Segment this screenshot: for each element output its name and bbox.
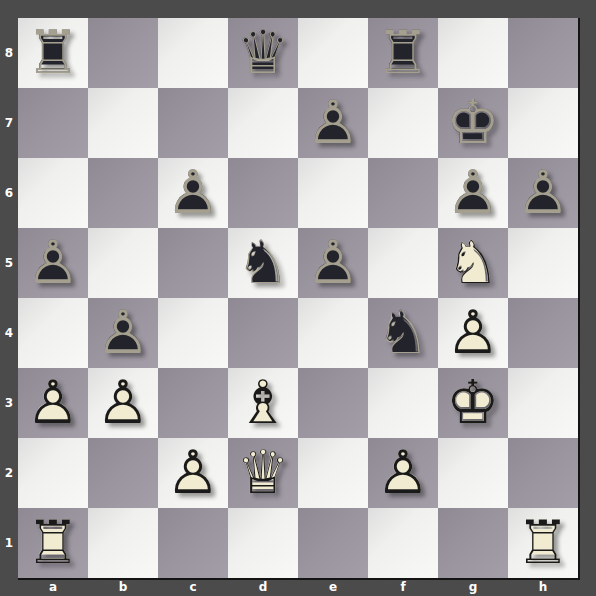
black-pawn[interactable]: ♟♙ [158, 158, 228, 228]
square-b5[interactable] [88, 228, 158, 298]
square-b1[interactable] [88, 508, 158, 578]
square-g3[interactable]: ♚♔ [438, 368, 508, 438]
square-g8[interactable] [438, 18, 508, 88]
square-h8[interactable] [508, 18, 578, 88]
square-c7[interactable] [158, 88, 228, 158]
square-c2[interactable]: ♟♙ [158, 438, 228, 508]
square-d6[interactable] [228, 158, 298, 228]
square-c1[interactable] [158, 508, 228, 578]
file-label-c: c [158, 578, 228, 596]
rank-label-1: 1 [0, 508, 18, 578]
square-b7[interactable] [88, 88, 158, 158]
square-e5[interactable]: ♟♙ [298, 228, 368, 298]
square-e2[interactable] [298, 438, 368, 508]
square-b2[interactable] [88, 438, 158, 508]
square-c6[interactable]: ♟♙ [158, 158, 228, 228]
square-d5[interactable]: ♞♘ [228, 228, 298, 298]
square-a4[interactable] [18, 298, 88, 368]
square-b6[interactable] [88, 158, 158, 228]
white-king[interactable]: ♚♔ [438, 368, 508, 438]
rank-label-3: 3 [0, 368, 18, 438]
square-f2[interactable]: ♟♙ [368, 438, 438, 508]
square-e1[interactable] [298, 508, 368, 578]
square-b3[interactable]: ♟♙ [88, 368, 158, 438]
square-e6[interactable] [298, 158, 368, 228]
white-knight[interactable]: ♞♘ [438, 228, 508, 298]
file-label-a: a [18, 578, 88, 596]
square-a8[interactable]: ♜♖ [18, 18, 88, 88]
square-b4[interactable]: ♟♙ [88, 298, 158, 368]
square-h2[interactable] [508, 438, 578, 508]
black-rook[interactable]: ♜♖ [18, 18, 88, 88]
square-g1[interactable] [438, 508, 508, 578]
black-pawn[interactable]: ♟♙ [88, 298, 158, 368]
white-pawn[interactable]: ♟♙ [158, 438, 228, 508]
file-label-g: g [438, 578, 508, 596]
rank-label-6: 6 [0, 158, 18, 228]
square-a5[interactable]: ♟♙ [18, 228, 88, 298]
square-g2[interactable] [438, 438, 508, 508]
square-h6[interactable]: ♟♙ [508, 158, 578, 228]
black-pawn[interactable]: ♟♙ [298, 88, 368, 158]
square-a6[interactable] [18, 158, 88, 228]
square-d7[interactable] [228, 88, 298, 158]
square-f5[interactable] [368, 228, 438, 298]
black-pawn[interactable]: ♟♙ [438, 158, 508, 228]
square-f7[interactable] [368, 88, 438, 158]
square-c3[interactable] [158, 368, 228, 438]
file-label-h: h [508, 578, 578, 596]
square-e7[interactable]: ♟♙ [298, 88, 368, 158]
square-h3[interactable] [508, 368, 578, 438]
black-king[interactable]: ♚♔ [438, 88, 508, 158]
black-pawn[interactable]: ♟♙ [18, 228, 88, 298]
square-a7[interactable] [18, 88, 88, 158]
black-pawn[interactable]: ♟♙ [298, 228, 368, 298]
file-label-b: b [88, 578, 158, 596]
board-frame: 87654321 ♜♖♛♕♜♖♟♙♚♔♟♙♟♙♟♙♟♙♞♘♟♙♞♘♟♙♞♘♟♙♟… [0, 0, 596, 596]
square-a1[interactable]: ♜♖ [18, 508, 88, 578]
square-d4[interactable] [228, 298, 298, 368]
white-bishop[interactable]: ♝♗ [228, 368, 298, 438]
white-queen[interactable]: ♛♕ [228, 438, 298, 508]
square-c4[interactable] [158, 298, 228, 368]
square-d8[interactable]: ♛♕ [228, 18, 298, 88]
square-g6[interactable]: ♟♙ [438, 158, 508, 228]
black-rook[interactable]: ♜♖ [368, 18, 438, 88]
file-label-d: d [228, 578, 298, 596]
file-label-e: e [298, 578, 368, 596]
file-label-f: f [368, 578, 438, 596]
rank-label-2: 2 [0, 438, 18, 508]
square-f8[interactable]: ♜♖ [368, 18, 438, 88]
white-pawn[interactable]: ♟♙ [18, 368, 88, 438]
square-f4[interactable]: ♞♘ [368, 298, 438, 368]
black-knight[interactable]: ♞♘ [228, 228, 298, 298]
white-pawn[interactable]: ♟♙ [368, 438, 438, 508]
square-c8[interactable] [158, 18, 228, 88]
white-pawn[interactable]: ♟♙ [88, 368, 158, 438]
white-rook[interactable]: ♜♖ [508, 508, 578, 578]
black-queen[interactable]: ♛♕ [228, 18, 298, 88]
square-e3[interactable] [298, 368, 368, 438]
white-rook[interactable]: ♜♖ [18, 508, 88, 578]
square-d2[interactable]: ♛♕ [228, 438, 298, 508]
square-h7[interactable] [508, 88, 578, 158]
file-labels: abcdefgh [18, 578, 578, 596]
square-a2[interactable] [18, 438, 88, 508]
square-d3[interactable]: ♝♗ [228, 368, 298, 438]
square-f3[interactable] [368, 368, 438, 438]
square-g4[interactable]: ♟♙ [438, 298, 508, 368]
chess-board: ♜♖♛♕♜♖♟♙♚♔♟♙♟♙♟♙♟♙♞♘♟♙♞♘♟♙♞♘♟♙♟♙♟♙♝♗♚♔♟♙… [18, 18, 580, 580]
square-h5[interactable] [508, 228, 578, 298]
square-e8[interactable] [298, 18, 368, 88]
square-h4[interactable] [508, 298, 578, 368]
square-g5[interactable]: ♞♘ [438, 228, 508, 298]
square-d1[interactable] [228, 508, 298, 578]
rank-label-4: 4 [0, 298, 18, 368]
square-f1[interactable] [368, 508, 438, 578]
square-a3[interactable]: ♟♙ [18, 368, 88, 438]
black-knight[interactable]: ♞♘ [368, 298, 438, 368]
rank-label-5: 5 [0, 228, 18, 298]
square-b8[interactable] [88, 18, 158, 88]
square-c5[interactable] [158, 228, 228, 298]
rank-label-8: 8 [0, 18, 18, 88]
white-pawn[interactable]: ♟♙ [438, 298, 508, 368]
black-pawn[interactable]: ♟♙ [508, 158, 578, 228]
square-f6[interactable] [368, 158, 438, 228]
square-h1[interactable]: ♜♖ [508, 508, 578, 578]
square-g7[interactable]: ♚♔ [438, 88, 508, 158]
square-e4[interactable] [298, 298, 368, 368]
rank-labels: 87654321 [0, 18, 18, 578]
rank-label-7: 7 [0, 88, 18, 158]
